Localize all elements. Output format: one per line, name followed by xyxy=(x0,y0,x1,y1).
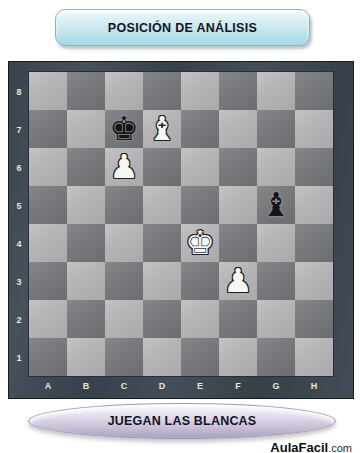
brand-name: AulaFacil xyxy=(270,440,328,453)
brand-suffix: .com xyxy=(328,442,352,453)
piece-white-king: ♚ xyxy=(185,224,215,262)
turn-banner: JUEGAN LAS BLANCAS xyxy=(28,403,336,439)
square-a7 xyxy=(29,110,67,148)
square-b3 xyxy=(67,262,105,300)
square-b4 xyxy=(67,224,105,262)
square-a6 xyxy=(29,148,67,186)
analysis-title: POSICIÓN DE ANÁLISIS xyxy=(108,21,257,35)
piece-black-king: ♚ xyxy=(109,110,139,148)
piece-white-pawn: ♟ xyxy=(223,262,253,300)
file-label-g: G xyxy=(257,376,295,398)
square-c1 xyxy=(105,338,143,376)
square-g5: ♝ xyxy=(257,186,295,224)
square-e7 xyxy=(181,110,219,148)
file-label-d: D xyxy=(143,376,181,398)
square-f1 xyxy=(219,338,257,376)
board-squares: ♚♝♟♝♚♟ xyxy=(29,72,333,376)
rank-label-1: 1 xyxy=(9,338,29,376)
square-h3 xyxy=(295,262,333,300)
square-f6 xyxy=(219,148,257,186)
square-e6 xyxy=(181,148,219,186)
square-b8 xyxy=(67,72,105,110)
turn-text: JUEGAN LAS BLANCAS xyxy=(108,414,257,428)
square-c2 xyxy=(105,300,143,338)
square-e5 xyxy=(181,186,219,224)
file-label-h: H xyxy=(295,376,333,398)
square-g1 xyxy=(257,338,295,376)
square-g4 xyxy=(257,224,295,262)
square-f5 xyxy=(219,186,257,224)
rank-label-8: 8 xyxy=(9,72,29,110)
square-d4 xyxy=(143,224,181,262)
square-g8 xyxy=(257,72,295,110)
square-h6 xyxy=(295,148,333,186)
square-e8 xyxy=(181,72,219,110)
chess-board: 87654321 ♚♝♟♝♚♟ ABCDEFGH xyxy=(9,62,353,398)
piece-white-pawn: ♟ xyxy=(109,148,139,186)
square-h5 xyxy=(295,186,333,224)
rank-label-4: 4 xyxy=(9,224,29,262)
square-f3: ♟ xyxy=(219,262,257,300)
square-g6 xyxy=(257,148,295,186)
square-c3 xyxy=(105,262,143,300)
square-g7 xyxy=(257,110,295,148)
square-f8 xyxy=(219,72,257,110)
analysis-title-banner: POSICIÓN DE ANÁLISIS xyxy=(55,9,310,46)
square-a3 xyxy=(29,262,67,300)
square-g2 xyxy=(257,300,295,338)
rank-label-6: 6 xyxy=(9,148,29,186)
square-h7 xyxy=(295,110,333,148)
square-f7 xyxy=(219,110,257,148)
file-label-b: B xyxy=(67,376,105,398)
rank-label-7: 7 xyxy=(9,110,29,148)
square-e4: ♚ xyxy=(181,224,219,262)
square-b2 xyxy=(67,300,105,338)
square-b5 xyxy=(67,186,105,224)
square-a8 xyxy=(29,72,67,110)
square-a5 xyxy=(29,186,67,224)
square-h1 xyxy=(295,338,333,376)
brand: AulaFacil.com xyxy=(270,438,352,453)
square-d6 xyxy=(143,148,181,186)
square-g3 xyxy=(257,262,295,300)
square-e2 xyxy=(181,300,219,338)
square-c5 xyxy=(105,186,143,224)
file-label-c: C xyxy=(105,376,143,398)
rank-label-5: 5 xyxy=(9,186,29,224)
piece-black-bishop: ♝ xyxy=(261,186,291,224)
file-label-a: A xyxy=(29,376,67,398)
file-label-e: E xyxy=(181,376,219,398)
square-a1 xyxy=(29,338,67,376)
square-h2 xyxy=(295,300,333,338)
square-d5 xyxy=(143,186,181,224)
square-b7 xyxy=(67,110,105,148)
rank-label-3: 3 xyxy=(9,262,29,300)
square-h8 xyxy=(295,72,333,110)
square-c7: ♚ xyxy=(105,110,143,148)
page: POSICIÓN DE ANÁLISIS 87654321 ♚♝♟♝♚♟ ABC… xyxy=(0,0,360,453)
square-c4 xyxy=(105,224,143,262)
square-a4 xyxy=(29,224,67,262)
square-c6: ♟ xyxy=(105,148,143,186)
square-f2 xyxy=(219,300,257,338)
square-f4 xyxy=(219,224,257,262)
square-h4 xyxy=(295,224,333,262)
rank-labels: 87654321 xyxy=(9,72,29,376)
square-d8 xyxy=(143,72,181,110)
file-labels: ABCDEFGH xyxy=(29,376,333,398)
square-e1 xyxy=(181,338,219,376)
square-b6 xyxy=(67,148,105,186)
rank-label-2: 2 xyxy=(9,300,29,338)
square-d3 xyxy=(143,262,181,300)
square-b1 xyxy=(67,338,105,376)
square-d1 xyxy=(143,338,181,376)
square-c8 xyxy=(105,72,143,110)
square-d2 xyxy=(143,300,181,338)
piece-white-bishop: ♝ xyxy=(147,110,177,148)
file-label-f: F xyxy=(219,376,257,398)
square-d7: ♝ xyxy=(143,110,181,148)
square-a2 xyxy=(29,300,67,338)
square-e3 xyxy=(181,262,219,300)
